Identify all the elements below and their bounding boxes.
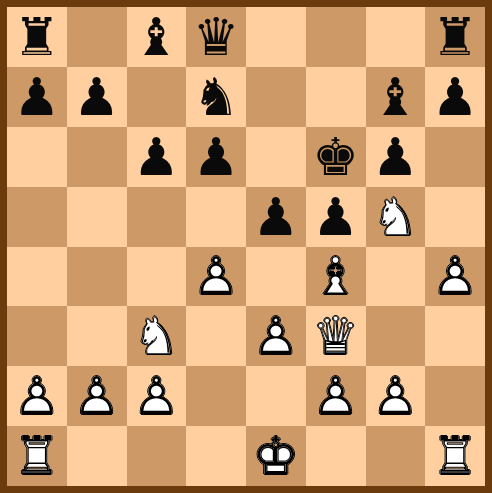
- white-pawn-icon[interactable]: ♟︎♙︎: [253, 310, 300, 362]
- square-b8[interactable]: [67, 7, 127, 67]
- square-c5[interactable]: [127, 187, 187, 247]
- square-f7[interactable]: [306, 67, 366, 127]
- black-rook-icon[interactable]: ♜︎: [432, 11, 479, 63]
- square-h5[interactable]: [425, 187, 485, 247]
- white-pawn-icon-outline: ♙︎: [133, 370, 180, 422]
- black-queen-icon-fill: ♛︎: [193, 11, 240, 63]
- square-d5[interactable]: [186, 187, 246, 247]
- square-g1[interactable]: [366, 426, 426, 486]
- square-a5[interactable]: [7, 187, 67, 247]
- square-a4[interactable]: [7, 247, 67, 307]
- black-pawn-icon[interactable]: ♟︎: [372, 131, 419, 183]
- square-c4[interactable]: [127, 247, 187, 307]
- black-pawn-icon-fill: ♟︎: [193, 131, 240, 183]
- square-c8[interactable]: ♝︎: [127, 7, 187, 67]
- square-f8[interactable]: [306, 7, 366, 67]
- black-pawn-icon-fill: ♟︎: [372, 131, 419, 183]
- square-a8[interactable]: ♜︎: [7, 7, 67, 67]
- square-b6[interactable]: [67, 127, 127, 187]
- square-a1[interactable]: ♜︎♖︎: [7, 426, 67, 486]
- black-pawn-icon-fill: ♟︎: [253, 191, 300, 243]
- square-f3[interactable]: ♛︎♕︎: [306, 306, 366, 366]
- white-pawn-icon-outline: ♙︎: [193, 250, 240, 302]
- white-pawn-icon-outline: ♙︎: [312, 370, 359, 422]
- square-h4[interactable]: ♟︎♙︎: [425, 247, 485, 307]
- square-g2[interactable]: ♟︎♙︎: [366, 366, 426, 426]
- white-queen-icon[interactable]: ♛︎♕︎: [312, 310, 359, 362]
- white-pawn-icon-outline: ♙︎: [432, 250, 479, 302]
- square-g7[interactable]: ♝︎: [366, 67, 426, 127]
- white-pawn-icon-outline: ♙︎: [14, 370, 61, 422]
- square-e3[interactable]: ♟︎♙︎: [246, 306, 306, 366]
- white-pawn-icon[interactable]: ♟︎♙︎: [14, 370, 61, 422]
- square-d7[interactable]: ♞︎: [186, 67, 246, 127]
- black-pawn-icon-fill: ♟︎: [14, 71, 61, 123]
- black-bishop-icon-fill: ♝︎: [372, 71, 419, 123]
- square-b4[interactable]: [67, 247, 127, 307]
- black-knight-icon[interactable]: ♞︎: [193, 71, 240, 123]
- square-e6[interactable]: [246, 127, 306, 187]
- square-h3[interactable]: [425, 306, 485, 366]
- black-pawn-icon[interactable]: ♟︎: [432, 71, 479, 123]
- white-pawn-icon-outline: ♙︎: [73, 370, 120, 422]
- square-c7[interactable]: [127, 67, 187, 127]
- white-king-icon[interactable]: ♚︎♔︎: [253, 430, 300, 482]
- white-knight-icon[interactable]: ♞︎♘︎: [372, 191, 419, 243]
- square-a2[interactable]: ♟︎♙︎: [7, 366, 67, 426]
- white-pawn-icon-outline: ♙︎: [372, 370, 419, 422]
- white-knight-icon-outline: ♘︎: [133, 310, 180, 362]
- black-pawn-icon[interactable]: ♟︎: [193, 131, 240, 183]
- square-e2[interactable]: [246, 366, 306, 426]
- board-grid: ♜︎♝︎♛︎♜︎♟︎♟︎♞︎♝︎♟︎♟︎♟︎♚︎♟︎♟︎♟︎♞︎♘︎♟︎♙︎♝︎…: [7, 7, 485, 486]
- square-h2[interactable]: [425, 366, 485, 426]
- black-pawn-icon-fill: ♟︎: [432, 71, 479, 123]
- black-knight-icon-fill: ♞︎: [193, 71, 240, 123]
- black-pawn-icon-fill: ♟︎: [133, 131, 180, 183]
- white-queen-icon-outline: ♕︎: [312, 310, 359, 362]
- chess-board: ♜︎♝︎♛︎♜︎♟︎♟︎♞︎♝︎♟︎♟︎♟︎♚︎♟︎♟︎♟︎♞︎♘︎♟︎♙︎♝︎…: [0, 0, 492, 493]
- square-e5[interactable]: ♟︎: [246, 187, 306, 247]
- white-king-icon-outline: ♔︎: [253, 430, 300, 482]
- black-pawn-icon[interactable]: ♟︎: [312, 191, 359, 243]
- square-f2[interactable]: ♟︎♙︎: [306, 366, 366, 426]
- square-d4[interactable]: ♟︎♙︎: [186, 247, 246, 307]
- square-b5[interactable]: [67, 187, 127, 247]
- square-e8[interactable]: [246, 7, 306, 67]
- square-b3[interactable]: [67, 306, 127, 366]
- square-b7[interactable]: ♟︎: [67, 67, 127, 127]
- white-rook-icon[interactable]: ♜︎♖︎: [432, 430, 479, 482]
- square-e1[interactable]: ♚︎♔︎: [246, 426, 306, 486]
- white-pawn-icon[interactable]: ♟︎♙︎: [372, 370, 419, 422]
- black-pawn-icon-fill: ♟︎: [312, 191, 359, 243]
- black-pawn-icon-fill: ♟︎: [73, 71, 120, 123]
- black-pawn-icon[interactable]: ♟︎: [14, 71, 61, 123]
- white-pawn-icon[interactable]: ♟︎♙︎: [133, 370, 180, 422]
- white-pawn-icon[interactable]: ♟︎♙︎: [312, 370, 359, 422]
- square-d6[interactable]: ♟︎: [186, 127, 246, 187]
- white-pawn-icon[interactable]: ♟︎♙︎: [193, 250, 240, 302]
- white-bishop-icon-outline: ♗︎: [312, 250, 359, 302]
- white-pawn-icon-outline: ♙︎: [253, 310, 300, 362]
- black-queen-icon[interactable]: ♛︎: [193, 11, 240, 63]
- square-d3[interactable]: [186, 306, 246, 366]
- black-king-icon[interactable]: ♚︎: [312, 131, 359, 183]
- white-rook-icon[interactable]: ♜︎♖︎: [14, 430, 61, 482]
- square-a3[interactable]: [7, 306, 67, 366]
- square-c3[interactable]: ♞︎♘︎: [127, 306, 187, 366]
- white-pawn-icon[interactable]: ♟︎♙︎: [73, 370, 120, 422]
- square-f1[interactable]: [306, 426, 366, 486]
- black-king-icon-fill: ♚︎: [312, 131, 359, 183]
- square-a6[interactable]: [7, 127, 67, 187]
- white-pawn-icon[interactable]: ♟︎♙︎: [432, 250, 479, 302]
- square-e4[interactable]: [246, 247, 306, 307]
- white-rook-icon-outline: ♖︎: [432, 430, 479, 482]
- square-c6[interactable]: ♟︎: [127, 127, 187, 187]
- square-f6[interactable]: ♚︎: [306, 127, 366, 187]
- square-h7[interactable]: ♟︎: [425, 67, 485, 127]
- square-h1[interactable]: ♜︎♖︎: [425, 426, 485, 486]
- square-a7[interactable]: ♟︎: [7, 67, 67, 127]
- black-pawn-icon[interactable]: ♟︎: [133, 131, 180, 183]
- square-c1[interactable]: [127, 426, 187, 486]
- white-bishop-icon[interactable]: ♝︎♗︎: [312, 250, 359, 302]
- white-knight-icon[interactable]: ♞︎♘︎: [133, 310, 180, 362]
- black-rook-icon[interactable]: ♜︎: [14, 11, 61, 63]
- square-c2[interactable]: ♟︎♙︎: [127, 366, 187, 426]
- black-rook-icon-fill: ♜︎: [432, 11, 479, 63]
- square-g6[interactable]: ♟︎: [366, 127, 426, 187]
- square-g4[interactable]: [366, 247, 426, 307]
- black-pawn-icon[interactable]: ♟︎: [253, 191, 300, 243]
- square-d8[interactable]: ♛︎: [186, 7, 246, 67]
- square-f5[interactable]: ♟︎: [306, 187, 366, 247]
- square-b2[interactable]: ♟︎♙︎: [67, 366, 127, 426]
- square-d1[interactable]: [186, 426, 246, 486]
- white-knight-icon-outline: ♘︎: [372, 191, 419, 243]
- black-pawn-icon[interactable]: ♟︎: [73, 71, 120, 123]
- square-h6[interactable]: [425, 127, 485, 187]
- square-d2[interactable]: [186, 366, 246, 426]
- black-bishop-icon[interactable]: ♝︎: [372, 71, 419, 123]
- square-h8[interactable]: ♜︎: [425, 7, 485, 67]
- white-rook-icon-outline: ♖︎: [14, 430, 61, 482]
- black-rook-icon-fill: ♜︎: [14, 11, 61, 63]
- square-b1[interactable]: [67, 426, 127, 486]
- black-bishop-icon[interactable]: ♝︎: [133, 11, 180, 63]
- square-f4[interactable]: ♝︎♗︎: [306, 247, 366, 307]
- square-e7[interactable]: [246, 67, 306, 127]
- square-g5[interactable]: ♞︎♘︎: [366, 187, 426, 247]
- square-g3[interactable]: [366, 306, 426, 366]
- black-bishop-icon-fill: ♝︎: [133, 11, 180, 63]
- square-g8[interactable]: [366, 7, 426, 67]
